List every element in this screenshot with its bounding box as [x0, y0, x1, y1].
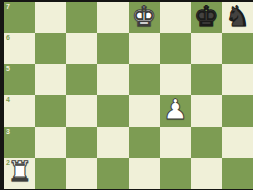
square-e2[interactable] [129, 158, 160, 189]
rank-label-6: 6 [6, 33, 10, 42]
square-a7[interactable]: 7 [4, 2, 35, 33]
square-a4[interactable]: 4 [4, 95, 35, 126]
square-g2[interactable] [191, 158, 222, 189]
square-g7[interactable]: ♚ [191, 2, 222, 33]
square-e3[interactable] [129, 127, 160, 158]
square-g5[interactable] [191, 64, 222, 95]
piece-black-knight[interactable]: ♞ [225, 3, 250, 31]
square-b6[interactable] [35, 33, 66, 64]
square-c4[interactable] [66, 95, 97, 126]
rank-label-3: 3 [6, 127, 10, 136]
square-h6[interactable] [222, 33, 253, 64]
rank-label-7: 7 [6, 2, 10, 11]
square-b7[interactable] [35, 2, 66, 33]
square-d7[interactable] [97, 2, 128, 33]
square-c7[interactable] [66, 2, 97, 33]
square-e7[interactable]: ♚ [129, 2, 160, 33]
square-a3[interactable]: 3 [4, 127, 35, 158]
square-a6[interactable]: 6 [4, 33, 35, 64]
square-f5[interactable] [160, 64, 191, 95]
square-d2[interactable] [97, 158, 128, 189]
square-h7[interactable]: ♞ [222, 2, 253, 33]
square-a5[interactable]: 5 [4, 64, 35, 95]
rank-label-5: 5 [6, 64, 10, 73]
square-f2[interactable] [160, 158, 191, 189]
square-h4[interactable] [222, 95, 253, 126]
square-c3[interactable] [66, 127, 97, 158]
square-h5[interactable] [222, 64, 253, 95]
piece-white-king[interactable]: ♚ [132, 3, 157, 31]
square-c2[interactable] [66, 158, 97, 189]
board-frame: 7♚♚♞654♟32♜ [0, 0, 253, 190]
square-g3[interactable] [191, 127, 222, 158]
square-b2[interactable] [35, 158, 66, 189]
piece-white-pawn[interactable]: ♟ [163, 96, 188, 124]
piece-black-king[interactable]: ♚ [194, 3, 219, 31]
piece-white-rook[interactable]: ♜ [7, 158, 32, 186]
square-f6[interactable] [160, 33, 191, 64]
square-f7[interactable] [160, 2, 191, 33]
square-c6[interactable] [66, 33, 97, 64]
square-f3[interactable] [160, 127, 191, 158]
square-e4[interactable] [129, 95, 160, 126]
square-h3[interactable] [222, 127, 253, 158]
square-a2[interactable]: 2♜ [4, 158, 35, 189]
square-g6[interactable] [191, 33, 222, 64]
square-b4[interactable] [35, 95, 66, 126]
square-g4[interactable] [191, 95, 222, 126]
square-d3[interactable] [97, 127, 128, 158]
square-c5[interactable] [66, 64, 97, 95]
square-d5[interactable] [97, 64, 128, 95]
square-d6[interactable] [97, 33, 128, 64]
square-e6[interactable] [129, 33, 160, 64]
square-e5[interactable] [129, 64, 160, 95]
square-b5[interactable] [35, 64, 66, 95]
square-b3[interactable] [35, 127, 66, 158]
square-h2[interactable] [222, 158, 253, 189]
square-f4[interactable]: ♟ [160, 95, 191, 126]
chess-board: 7♚♚♞654♟32♜ [4, 2, 253, 189]
square-d4[interactable] [97, 95, 128, 126]
rank-label-4: 4 [6, 95, 10, 104]
